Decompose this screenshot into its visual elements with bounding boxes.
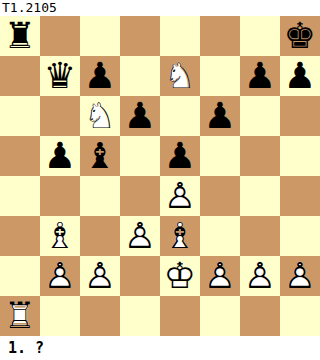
square-e7[interactable]: ♞♘ [160,56,200,96]
square-b6[interactable] [40,96,80,136]
square-b3[interactable]: ♝♗ [40,216,80,256]
square-g4[interactable] [240,176,280,216]
white-pawn[interactable]: ♟♙ [200,256,240,296]
piece-outline: ♗ [160,216,200,256]
black-pawn[interactable]: ♟ [120,96,160,136]
white-pawn[interactable]: ♟♙ [40,256,80,296]
square-f7[interactable] [200,56,240,96]
square-g3[interactable] [240,216,280,256]
piece-fill: ♛ [40,56,80,96]
square-g6[interactable] [240,96,280,136]
square-h6[interactable] [280,96,320,136]
square-a8[interactable]: ♜ [0,16,40,56]
white-pawn[interactable]: ♟♙ [160,176,200,216]
square-h2[interactable]: ♟♙ [280,256,320,296]
white-bishop[interactable]: ♝♗ [160,216,200,256]
black-bishop[interactable]: ♝ [80,136,120,176]
piece-fill: ♟ [160,136,200,176]
black-pawn[interactable]: ♟ [160,136,200,176]
piece-outline: ♙ [120,216,160,256]
square-f8[interactable] [200,16,240,56]
square-g1[interactable] [240,296,280,336]
piece-fill: ♟ [200,96,240,136]
square-e6[interactable] [160,96,200,136]
square-a4[interactable] [0,176,40,216]
square-c6[interactable]: ♞♘ [80,96,120,136]
white-pawn[interactable]: ♟♙ [240,256,280,296]
piece-outline: ♖ [0,296,40,336]
square-d5[interactable] [120,136,160,176]
square-a1[interactable]: ♜♖ [0,296,40,336]
white-king[interactable]: ♚♔ [160,256,200,296]
square-c1[interactable] [80,296,120,336]
white-pawn[interactable]: ♟♙ [120,216,160,256]
square-b8[interactable] [40,16,80,56]
square-b1[interactable] [40,296,80,336]
black-pawn[interactable]: ♟ [80,56,120,96]
piece-outline: ♙ [80,256,120,296]
square-c3[interactable] [80,216,120,256]
piece-outline: ♔ [160,256,200,296]
square-g7[interactable]: ♟ [240,56,280,96]
square-g2[interactable]: ♟♙ [240,256,280,296]
square-e1[interactable] [160,296,200,336]
black-king[interactable]: ♚ [280,16,320,56]
square-e4[interactable]: ♟♙ [160,176,200,216]
square-f3[interactable] [200,216,240,256]
square-b7[interactable]: ♛ [40,56,80,96]
square-d6[interactable]: ♟ [120,96,160,136]
square-d1[interactable] [120,296,160,336]
square-b2[interactable]: ♟♙ [40,256,80,296]
square-c8[interactable] [80,16,120,56]
square-f5[interactable] [200,136,240,176]
piece-fill: ♟ [240,56,280,96]
square-d8[interactable] [120,16,160,56]
square-g8[interactable] [240,16,280,56]
square-e5[interactable]: ♟ [160,136,200,176]
square-h4[interactable] [280,176,320,216]
piece-fill: ♟ [280,56,320,96]
square-a6[interactable] [0,96,40,136]
piece-fill: ♚ [280,16,320,56]
square-c2[interactable]: ♟♙ [80,256,120,296]
square-d2[interactable] [120,256,160,296]
square-h5[interactable] [280,136,320,176]
piece-outline: ♙ [200,256,240,296]
piece-outline: ♗ [40,216,80,256]
square-f6[interactable]: ♟ [200,96,240,136]
piece-outline: ♘ [160,56,200,96]
piece-fill: ♝ [80,136,120,176]
white-pawn[interactable]: ♟♙ [80,256,120,296]
puzzle-title: T1.2105 [0,0,320,16]
square-c7[interactable]: ♟ [80,56,120,96]
piece-outline: ♙ [160,176,200,216]
white-knight[interactable]: ♞♘ [80,96,120,136]
white-bishop[interactable]: ♝♗ [40,216,80,256]
move-prompt: 1. ? [0,336,320,360]
square-d7[interactable] [120,56,160,96]
square-h1[interactable] [280,296,320,336]
square-a7[interactable] [0,56,40,96]
square-c4[interactable] [80,176,120,216]
square-f2[interactable]: ♟♙ [200,256,240,296]
square-d3[interactable]: ♟♙ [120,216,160,256]
square-b4[interactable] [40,176,80,216]
square-e8[interactable] [160,16,200,56]
black-pawn[interactable]: ♟ [40,136,80,176]
piece-fill: ♟ [80,56,120,96]
square-a5[interactable] [0,136,40,176]
white-pawn[interactable]: ♟♙ [280,256,320,296]
piece-fill: ♜ [0,16,40,56]
piece-outline: ♙ [280,256,320,296]
chess-board: ♜♚♛♟♞♘♟♟♞♘♟♟♟♝♟♟♙♝♗♟♙♝♗♟♙♟♙♚♔♟♙♟♙♟♙♜♖ [0,16,320,336]
square-h8[interactable]: ♚ [280,16,320,56]
square-h3[interactable] [280,216,320,256]
black-pawn[interactable]: ♟ [200,96,240,136]
black-queen[interactable]: ♛ [40,56,80,96]
square-g5[interactable] [240,136,280,176]
white-rook[interactable]: ♜♖ [0,296,40,336]
piece-fill: ♟ [120,96,160,136]
square-a2[interactable] [0,256,40,296]
piece-outline: ♘ [80,96,120,136]
square-e2[interactable]: ♚♔ [160,256,200,296]
black-rook[interactable]: ♜ [0,16,40,56]
black-pawn[interactable]: ♟ [240,56,280,96]
square-h7[interactable]: ♟ [280,56,320,96]
square-f1[interactable] [200,296,240,336]
white-knight[interactable]: ♞♘ [160,56,200,96]
square-b5[interactable]: ♟ [40,136,80,176]
square-d4[interactable] [120,176,160,216]
black-pawn[interactable]: ♟ [280,56,320,96]
square-e3[interactable]: ♝♗ [160,216,200,256]
piece-outline: ♙ [40,256,80,296]
square-a3[interactable] [0,216,40,256]
square-c5[interactable]: ♝ [80,136,120,176]
square-f4[interactable] [200,176,240,216]
piece-fill: ♟ [40,136,80,176]
piece-outline: ♙ [240,256,280,296]
